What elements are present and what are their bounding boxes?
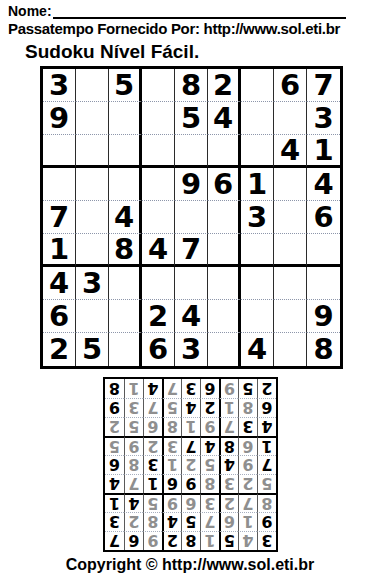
solution-cell-r7c2: 3 bbox=[238, 417, 257, 436]
solution-cell-r1c7: 9 bbox=[143, 531, 162, 550]
solution-cell-r3c3: 2 bbox=[219, 493, 238, 512]
solution-cell-r2c9: 3 bbox=[105, 512, 124, 531]
page-title: Sudoku Nível Fácil. bbox=[25, 41, 199, 63]
solution-cell-r4c7: 1 bbox=[143, 474, 162, 493]
puzzle-cell-r7c7 bbox=[241, 267, 274, 300]
solution-cell-r5c1: 7 bbox=[257, 455, 276, 474]
solution-cell-r7c9: 2 bbox=[105, 417, 124, 436]
solution-cell-r5c2: 9 bbox=[238, 455, 257, 474]
solution-cell-r8c9: 9 bbox=[105, 398, 124, 417]
solution-cell-r8c2: 8 bbox=[238, 398, 257, 417]
puzzle-cell-r3c3 bbox=[109, 135, 142, 168]
puzzle-cell-r6c4: 4 bbox=[142, 234, 175, 267]
solution-cell-r2c2: 1 bbox=[238, 512, 257, 531]
solution-cell-r1c9: 7 bbox=[105, 531, 124, 550]
puzzle-cell-r6c1: 1 bbox=[43, 234, 76, 267]
solution-cell-r9c3: 9 bbox=[219, 379, 238, 398]
puzzle-cell-r1c3: 5 bbox=[109, 69, 142, 102]
solution-cell-r8c4: 2 bbox=[200, 398, 219, 417]
solution-cell-r7c4: 9 bbox=[200, 417, 219, 436]
puzzle-cell-r8c4: 2 bbox=[142, 300, 175, 333]
solution-cell-r3c6: 9 bbox=[162, 493, 181, 512]
puzzle-cell-r7c4 bbox=[142, 267, 175, 300]
solution-cell-r9c7: 4 bbox=[143, 379, 162, 398]
solution-cell-r8c5: 4 bbox=[181, 398, 200, 417]
solution-cell-r1c6: 2 bbox=[162, 531, 181, 550]
solution-cell-r9c1: 2 bbox=[257, 379, 276, 398]
solution-cell-r9c2: 5 bbox=[238, 379, 257, 398]
puzzle-cell-r7c9 bbox=[307, 267, 340, 300]
solution-cell-r6c6: 3 bbox=[162, 436, 181, 455]
puzzle-cell-r5c2 bbox=[76, 201, 109, 234]
name-blank-line bbox=[53, 4, 346, 19]
puzzle-cell-r7c5 bbox=[175, 267, 208, 300]
solution-cell-r3c7: 5 bbox=[143, 493, 162, 512]
puzzle-cell-r7c1: 4 bbox=[43, 267, 76, 300]
puzzle-cell-r9c9: 8 bbox=[307, 333, 340, 366]
solution-cell-r3c1: 8 bbox=[257, 493, 276, 512]
solution-cell-r2c5: 5 bbox=[181, 512, 200, 531]
solution-cell-r6c8: 9 bbox=[124, 436, 143, 455]
solution-cell-r7c6: 8 bbox=[162, 417, 181, 436]
solution-cell-r3c9: 1 bbox=[105, 493, 124, 512]
puzzle-cell-r1c5: 8 bbox=[175, 69, 208, 102]
puzzle-cell-r5c6 bbox=[208, 201, 241, 234]
puzzle-cell-r2c6: 4 bbox=[208, 102, 241, 135]
solution-cell-r2c4: 7 bbox=[200, 512, 219, 531]
puzzle-cell-r1c2 bbox=[76, 69, 109, 102]
puzzle-cell-r7c6 bbox=[208, 267, 241, 300]
puzzle-cell-r8c2 bbox=[76, 300, 109, 333]
name-field-row: Nome: bbox=[8, 3, 346, 19]
solution-cell-r3c2: 7 bbox=[238, 493, 257, 512]
solution-cell-r6c7: 2 bbox=[143, 436, 162, 455]
puzzle-cell-r5c4 bbox=[142, 201, 175, 234]
puzzle-cell-r9c6 bbox=[208, 333, 241, 366]
solution-cell-r5c3: 4 bbox=[219, 455, 238, 474]
puzzle-cell-r7c8 bbox=[274, 267, 307, 300]
puzzle-cell-r2c4 bbox=[142, 102, 175, 135]
puzzle-cell-r8c6 bbox=[208, 300, 241, 333]
puzzle-cell-r3c5 bbox=[175, 135, 208, 168]
puzzle-cell-r3c7 bbox=[241, 135, 274, 168]
puzzle-cell-r1c1: 3 bbox=[43, 69, 76, 102]
puzzle-cell-r6c8 bbox=[274, 234, 307, 267]
solution-cell-r4c6: 6 bbox=[162, 474, 181, 493]
puzzle-cell-r5c1: 7 bbox=[43, 201, 76, 234]
solution-cell-r3c5: 6 bbox=[181, 493, 200, 512]
solution-cell-r1c8: 6 bbox=[124, 531, 143, 550]
puzzle-cell-r4c2 bbox=[76, 168, 109, 201]
puzzle-cell-r6c6 bbox=[208, 234, 241, 267]
puzzle-cell-r8c3 bbox=[109, 300, 142, 333]
solution-cell-r4c8: 7 bbox=[124, 474, 143, 493]
puzzle-cell-r7c2: 3 bbox=[76, 267, 109, 300]
puzzle-cell-r8c9: 9 bbox=[307, 300, 340, 333]
solution-cell-r5c9: 6 bbox=[105, 455, 124, 474]
solution-cell-r1c2: 4 bbox=[238, 531, 257, 550]
solution-cell-r2c3: 6 bbox=[219, 512, 238, 531]
solution-cell-r9c8: 1 bbox=[124, 379, 143, 398]
solution-cell-r2c7: 8 bbox=[143, 512, 162, 531]
solution-cell-r8c3: 1 bbox=[219, 398, 238, 417]
solution-cell-r5c8: 8 bbox=[124, 455, 143, 474]
solution-cell-r8c1: 6 bbox=[257, 398, 276, 417]
solution-cell-r4c1: 5 bbox=[257, 474, 276, 493]
solution-cell-r7c7: 6 bbox=[143, 417, 162, 436]
puzzle-cell-r4c9: 4 bbox=[307, 168, 340, 201]
puzzle-cell-r7c3 bbox=[109, 267, 142, 300]
puzzle-cell-r1c4 bbox=[142, 69, 175, 102]
solution-cell-r4c5: 9 bbox=[181, 474, 200, 493]
name-label: Nome: bbox=[8, 3, 52, 19]
solution-cell-r8c7: 7 bbox=[143, 398, 162, 417]
provider-line: Passatempo Fornecido Por: http://www.sol… bbox=[8, 20, 340, 37]
puzzle-cell-r4c6: 6 bbox=[208, 168, 241, 201]
puzzle-cell-r1c9: 7 bbox=[307, 69, 340, 102]
solution-cell-r1c4: 1 bbox=[200, 531, 219, 550]
puzzle-cell-r4c8 bbox=[274, 168, 307, 201]
puzzle-cell-r3c2 bbox=[76, 135, 109, 168]
puzzle-cell-r5c7: 3 bbox=[241, 201, 274, 234]
puzzle-cell-r1c7 bbox=[241, 69, 274, 102]
solution-cell-r8c8: 3 bbox=[124, 398, 143, 417]
solution-cell-r2c1: 9 bbox=[257, 512, 276, 531]
puzzle-cell-r2c7 bbox=[241, 102, 274, 135]
solution-grid: 3451829679167548238723695415238961747945… bbox=[103, 377, 278, 552]
puzzle-cell-r6c7 bbox=[241, 234, 274, 267]
solution-cell-r9c9: 8 bbox=[105, 379, 124, 398]
puzzle-cell-r4c1 bbox=[43, 168, 76, 201]
copyright-footer: Copyright © http://www.sol.eti.br bbox=[0, 556, 380, 574]
puzzle-cell-r6c3: 8 bbox=[109, 234, 142, 267]
puzzle-cell-r2c9: 3 bbox=[307, 102, 340, 135]
puzzle-cell-r8c7 bbox=[241, 300, 274, 333]
solution-cell-r7c5: 1 bbox=[181, 417, 200, 436]
puzzle-cell-r9c5: 3 bbox=[175, 333, 208, 366]
puzzle-cell-r2c8 bbox=[274, 102, 307, 135]
solution-cell-r2c8: 2 bbox=[124, 512, 143, 531]
puzzle-grid: 358267954341961474361847436249256348 bbox=[40, 66, 343, 369]
puzzle-cell-r8c8 bbox=[274, 300, 307, 333]
solution-cell-r1c3: 5 bbox=[219, 531, 238, 550]
puzzle-cell-r3c4 bbox=[142, 135, 175, 168]
solution-cell-r4c2: 2 bbox=[238, 474, 257, 493]
solution-cell-r4c3: 3 bbox=[219, 474, 238, 493]
solution-cell-r6c1: 1 bbox=[257, 436, 276, 455]
solution-cell-r6c5: 7 bbox=[181, 436, 200, 455]
solution-cell-r7c3: 7 bbox=[219, 417, 238, 436]
puzzle-cell-r4c4 bbox=[142, 168, 175, 201]
puzzle-cell-r3c6 bbox=[208, 135, 241, 168]
puzzle-cell-r5c5 bbox=[175, 201, 208, 234]
puzzle-cell-r5c3: 4 bbox=[109, 201, 142, 234]
puzzle-cell-r4c5: 9 bbox=[175, 168, 208, 201]
solution-cell-r9c5: 3 bbox=[181, 379, 200, 398]
puzzle-cell-r6c2 bbox=[76, 234, 109, 267]
solution-cell-r4c4: 8 bbox=[200, 474, 219, 493]
solution-cell-r8c6: 5 bbox=[162, 398, 181, 417]
puzzle-cell-r8c5: 4 bbox=[175, 300, 208, 333]
solution-cell-r1c1: 3 bbox=[257, 531, 276, 550]
solution-cell-r3c8: 4 bbox=[124, 493, 143, 512]
puzzle-cell-r4c7: 1 bbox=[241, 168, 274, 201]
solution-cell-r7c1: 4 bbox=[257, 417, 276, 436]
solution-cell-r4c9: 4 bbox=[105, 474, 124, 493]
solution-cell-r7c8: 5 bbox=[124, 417, 143, 436]
puzzle-cell-r8c1: 6 bbox=[43, 300, 76, 333]
solution-cell-r5c5: 2 bbox=[181, 455, 200, 474]
puzzle-cell-r2c1: 9 bbox=[43, 102, 76, 135]
solution-cell-r1c5: 8 bbox=[181, 531, 200, 550]
puzzle-cell-r5c8 bbox=[274, 201, 307, 234]
puzzle-cell-r6c9 bbox=[307, 234, 340, 267]
puzzle-cell-r9c2: 5 bbox=[76, 333, 109, 366]
solution-cell-r3c4: 3 bbox=[200, 493, 219, 512]
solution-cell-r9c4: 6 bbox=[200, 379, 219, 398]
solution-cell-r5c4: 5 bbox=[200, 455, 219, 474]
puzzle-cell-r2c3 bbox=[109, 102, 142, 135]
puzzle-cell-r2c2 bbox=[76, 102, 109, 135]
puzzle-cell-r9c4: 6 bbox=[142, 333, 175, 366]
puzzle-cell-r1c6: 2 bbox=[208, 69, 241, 102]
puzzle-cell-r6c5: 7 bbox=[175, 234, 208, 267]
solution-cell-r6c9: 5 bbox=[105, 436, 124, 455]
solution-cell-r6c4: 4 bbox=[200, 436, 219, 455]
solution-cell-r6c3: 8 bbox=[219, 436, 238, 455]
puzzle-cell-r5c9: 6 bbox=[307, 201, 340, 234]
puzzle-cell-r9c8 bbox=[274, 333, 307, 366]
puzzle-cell-r3c1 bbox=[43, 135, 76, 168]
puzzle-cell-r3c8: 4 bbox=[274, 135, 307, 168]
solution-cell-r5c6: 1 bbox=[162, 455, 181, 474]
puzzle-cell-r3c9: 1 bbox=[307, 135, 340, 168]
solution-cell-r2c6: 4 bbox=[162, 512, 181, 531]
puzzle-cell-r9c3 bbox=[109, 333, 142, 366]
solution-cell-r9c6: 7 bbox=[162, 379, 181, 398]
puzzle-cell-r9c1: 2 bbox=[43, 333, 76, 366]
solution-cell-r5c7: 3 bbox=[143, 455, 162, 474]
solution-cell-r6c2: 6 bbox=[238, 436, 257, 455]
puzzle-cell-r4c3 bbox=[109, 168, 142, 201]
puzzle-cell-r9c7: 4 bbox=[241, 333, 274, 366]
puzzle-cell-r2c5: 5 bbox=[175, 102, 208, 135]
puzzle-cell-r1c8: 6 bbox=[274, 69, 307, 102]
